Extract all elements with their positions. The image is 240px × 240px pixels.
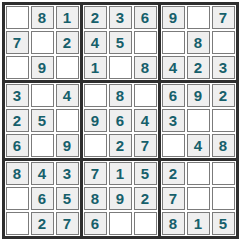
sudoku-cell-r2c3[interactable]: 2 <box>56 31 79 54</box>
sudoku-cell-r5c1[interactable]: 2 <box>6 109 29 132</box>
sudoku-cell-r2c1[interactable]: 7 <box>6 31 29 54</box>
sudoku-cell-r4c6[interactable] <box>134 84 157 107</box>
sudoku-cell-r8c5[interactable]: 9 <box>109 187 132 210</box>
sudoku-cell-r7c7[interactable]: 2 <box>162 162 185 185</box>
sudoku-cell-r5c9[interactable] <box>212 109 235 132</box>
sudoku-cell-r5c7[interactable]: 3 <box>162 109 185 132</box>
sudoku-cell-r8c8[interactable] <box>187 187 210 210</box>
sudoku-cell-r3c2[interactable]: 9 <box>31 56 54 79</box>
sudoku-cell-r7c8[interactable] <box>187 162 210 185</box>
sudoku-cell-r9c2[interactable]: 2 <box>31 212 54 235</box>
sudoku-page: 8172923645189784233425698964276923488436… <box>0 0 240 240</box>
sudoku-cell-r6c2[interactable] <box>31 134 54 157</box>
sudoku-cell-r1c3[interactable]: 1 <box>56 6 79 29</box>
sudoku-cell-r8c9[interactable] <box>212 187 235 210</box>
sudoku-cell-r1c6[interactable]: 6 <box>134 6 157 29</box>
sudoku-cell-r7c4[interactable]: 7 <box>84 162 107 185</box>
sudoku-cell-r5c2[interactable]: 5 <box>31 109 54 132</box>
sudoku-block-0-0: 81729 <box>5 5 80 80</box>
sudoku-cell-r1c1[interactable] <box>6 6 29 29</box>
sudoku-cell-r7c3[interactable]: 3 <box>56 162 79 185</box>
sudoku-cell-r9c8[interactable]: 1 <box>187 212 210 235</box>
sudoku-cell-r4c7[interactable]: 6 <box>162 84 185 107</box>
sudoku-cell-r1c2[interactable]: 8 <box>31 6 54 29</box>
sudoku-cell-r4c3[interactable]: 4 <box>56 84 79 107</box>
sudoku-cell-r2c4[interactable]: 4 <box>84 31 107 54</box>
sudoku-cell-r3c4[interactable]: 1 <box>84 56 107 79</box>
sudoku-board: 8172923645189784233425698964276923488436… <box>2 2 239 239</box>
sudoku-cell-r9c3[interactable]: 7 <box>56 212 79 235</box>
sudoku-cell-r8c1[interactable] <box>6 187 29 210</box>
sudoku-cell-r6c3[interactable]: 9 <box>56 134 79 157</box>
sudoku-block-1-1: 896427 <box>83 83 158 158</box>
sudoku-cell-r5c6[interactable]: 4 <box>134 109 157 132</box>
sudoku-cell-r4c1[interactable]: 3 <box>6 84 29 107</box>
sudoku-cell-r1c9[interactable]: 7 <box>212 6 235 29</box>
sudoku-cell-r2c7[interactable] <box>162 31 185 54</box>
sudoku-cell-r9c1[interactable] <box>6 212 29 235</box>
sudoku-cell-r9c6[interactable] <box>134 212 157 235</box>
sudoku-block-2-1: 7158926 <box>83 161 158 236</box>
sudoku-cell-r3c8[interactable]: 2 <box>187 56 210 79</box>
sudoku-cell-r3c5[interactable] <box>109 56 132 79</box>
sudoku-cell-r3c7[interactable]: 4 <box>162 56 185 79</box>
sudoku-cell-r3c6[interactable]: 8 <box>134 56 157 79</box>
sudoku-cell-r4c8[interactable]: 9 <box>187 84 210 107</box>
sudoku-cell-r2c5[interactable]: 5 <box>109 31 132 54</box>
sudoku-cell-r6c8[interactable]: 4 <box>187 134 210 157</box>
sudoku-cell-r2c9[interactable] <box>212 31 235 54</box>
sudoku-cell-r7c1[interactable]: 8 <box>6 162 29 185</box>
sudoku-cell-r3c1[interactable] <box>6 56 29 79</box>
sudoku-cell-r3c9[interactable]: 3 <box>212 56 235 79</box>
sudoku-cell-r3c3[interactable] <box>56 56 79 79</box>
sudoku-cell-r8c2[interactable]: 6 <box>31 187 54 210</box>
sudoku-cell-r7c5[interactable]: 1 <box>109 162 132 185</box>
sudoku-block-1-2: 692348 <box>161 83 236 158</box>
sudoku-cell-r2c8[interactable]: 8 <box>187 31 210 54</box>
sudoku-cell-r4c4[interactable] <box>84 84 107 107</box>
sudoku-cell-r4c5[interactable]: 8 <box>109 84 132 107</box>
sudoku-cell-r9c7[interactable]: 8 <box>162 212 185 235</box>
sudoku-cell-r4c2[interactable] <box>31 84 54 107</box>
sudoku-cell-r6c9[interactable]: 8 <box>212 134 235 157</box>
sudoku-block-1-0: 342569 <box>5 83 80 158</box>
sudoku-cell-r7c9[interactable] <box>212 162 235 185</box>
sudoku-cell-r5c8[interactable] <box>187 109 210 132</box>
sudoku-cell-r5c3[interactable] <box>56 109 79 132</box>
sudoku-cell-r6c4[interactable] <box>84 134 107 157</box>
sudoku-cell-r1c8[interactable] <box>187 6 210 29</box>
sudoku-cell-r5c4[interactable]: 9 <box>84 109 107 132</box>
sudoku-block-0-1: 2364518 <box>83 5 158 80</box>
sudoku-cell-r9c4[interactable]: 6 <box>84 212 107 235</box>
sudoku-block-2-2: 27815 <box>161 161 236 236</box>
sudoku-cell-r9c5[interactable] <box>109 212 132 235</box>
sudoku-cell-r8c7[interactable]: 7 <box>162 187 185 210</box>
sudoku-cell-r1c7[interactable]: 9 <box>162 6 185 29</box>
sudoku-cell-r6c1[interactable]: 6 <box>6 134 29 157</box>
sudoku-block-2-0: 8436527 <box>5 161 80 236</box>
sudoku-cell-r1c4[interactable]: 2 <box>84 6 107 29</box>
sudoku-cell-r2c6[interactable] <box>134 31 157 54</box>
sudoku-cell-r8c3[interactable]: 5 <box>56 187 79 210</box>
sudoku-cell-r6c5[interactable]: 2 <box>109 134 132 157</box>
sudoku-cell-r5c5[interactable]: 6 <box>109 109 132 132</box>
sudoku-cell-r9c9[interactable]: 5 <box>212 212 235 235</box>
sudoku-cell-r2c2[interactable] <box>31 31 54 54</box>
sudoku-cell-r6c7[interactable] <box>162 134 185 157</box>
sudoku-cell-r7c2[interactable]: 4 <box>31 162 54 185</box>
sudoku-cell-r4c9[interactable]: 2 <box>212 84 235 107</box>
sudoku-cell-r8c4[interactable]: 8 <box>84 187 107 210</box>
sudoku-cell-r6c6[interactable]: 7 <box>134 134 157 157</box>
sudoku-cell-r7c6[interactable]: 5 <box>134 162 157 185</box>
sudoku-cell-r8c6[interactable]: 2 <box>134 187 157 210</box>
sudoku-cell-r1c5[interactable]: 3 <box>109 6 132 29</box>
sudoku-block-0-2: 978423 <box>161 5 236 80</box>
